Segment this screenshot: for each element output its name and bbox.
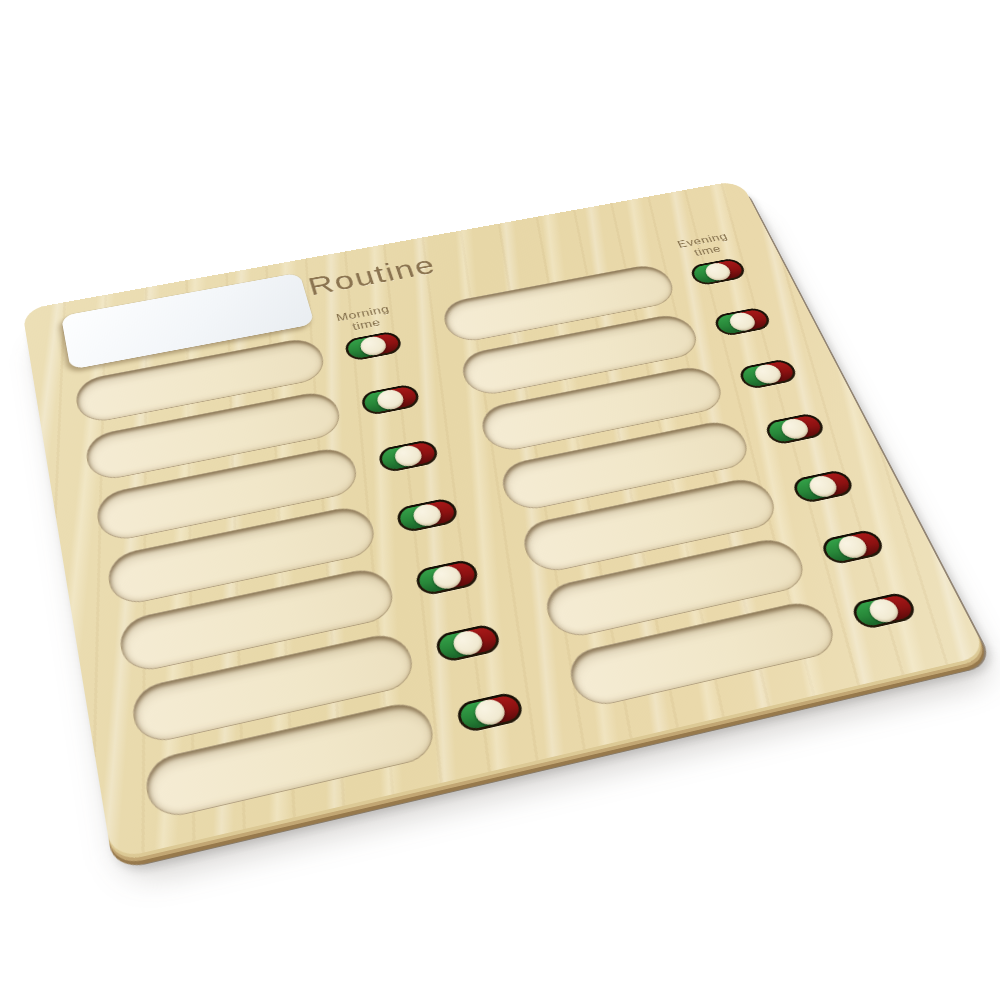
evening-toggle-5[interactable] <box>790 469 857 505</box>
morning-toggle-6[interactable] <box>433 623 503 664</box>
product-photo-background: { "game": "wooden daily routine chart bo… <box>0 0 1000 1000</box>
evening-toggle-6[interactable] <box>818 528 886 566</box>
evening-toggle-2[interactable] <box>712 306 774 337</box>
evening-toggle-4[interactable] <box>762 412 827 446</box>
morning-toggle-3[interactable] <box>376 439 440 474</box>
evening-toggle-7[interactable] <box>849 591 919 631</box>
board-title: Routine <box>305 251 440 301</box>
morning-toggle-5[interactable] <box>413 558 481 597</box>
evening-toggle-3[interactable] <box>736 358 799 390</box>
morning-toggle-1[interactable] <box>343 330 404 362</box>
evening-toggle-1[interactable] <box>688 257 748 287</box>
morning-toggle-7[interactable] <box>454 691 526 734</box>
evening-time-label: Evening time <box>640 224 771 267</box>
morning-toggle-2[interactable] <box>359 383 421 416</box>
routine-board: Routine Morning time Evening time <box>22 180 988 860</box>
morning-toggle-4[interactable] <box>394 497 460 534</box>
